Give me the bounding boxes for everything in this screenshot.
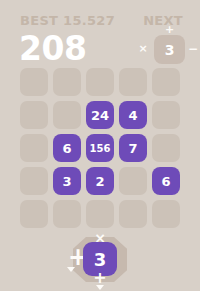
empty-cell-r4c4[interactable] [119,167,147,195]
empty-cell-r1c4[interactable] [119,68,147,96]
board-grid: 24461567326 [20,68,180,228]
empty-cell-r3c5[interactable] [152,134,180,162]
empty-cell-r3c1[interactable] [20,134,48,162]
empty-cell-r5c2[interactable] [53,200,81,228]
empty-cell-r1c1[interactable] [20,68,48,96]
next-plus-operator-icon: + [154,24,185,35]
next-multiply-operator-icon: × [137,43,149,54]
tile-r4c3-2[interactable]: 2 [86,167,114,195]
next-minus-operator-icon: − [187,43,199,55]
drag-hint-arrow-left-icon [67,267,75,272]
empty-cell-r5c5[interactable] [152,200,180,228]
empty-cell-r2c5[interactable] [152,101,180,129]
tile-r3c4-7[interactable]: 7 [119,134,147,162]
tile-r2c4-4[interactable]: 4 [119,101,147,129]
tile-r3c2-6[interactable]: 6 [53,134,81,162]
drag-hint-arrow-bottom-icon [96,285,104,290]
tile-r2c3-24[interactable]: 24 [86,101,114,129]
empty-cell-r4c1[interactable] [20,167,48,195]
empty-cell-r5c1[interactable] [20,200,48,228]
tile-r4c5-6[interactable]: 6 [152,167,180,195]
empty-cell-r2c2[interactable] [53,101,81,129]
empty-cell-r1c3[interactable] [86,68,114,96]
empty-cell-r5c4[interactable] [119,200,147,228]
current-plus-bottom-operator-icon: + [92,270,108,286]
best-score: BEST 15.527 [20,13,115,28]
empty-cell-r1c2[interactable] [53,68,81,96]
empty-cell-r1c5[interactable] [152,68,180,96]
empty-cell-r5c3[interactable] [86,200,114,228]
best-value: 15.527 [63,13,115,28]
tile-r4c2-3[interactable]: 3 [53,167,81,195]
current-score: 208 [19,32,86,65]
tile-r3c3-156[interactable]: 156 [86,134,114,162]
empty-cell-r2c1[interactable] [20,101,48,129]
next-tile: 3 [154,35,185,64]
best-label: BEST [20,13,58,28]
game-screen: BEST 15.527 208 NEXT + × − 3 24461567326… [0,0,200,291]
